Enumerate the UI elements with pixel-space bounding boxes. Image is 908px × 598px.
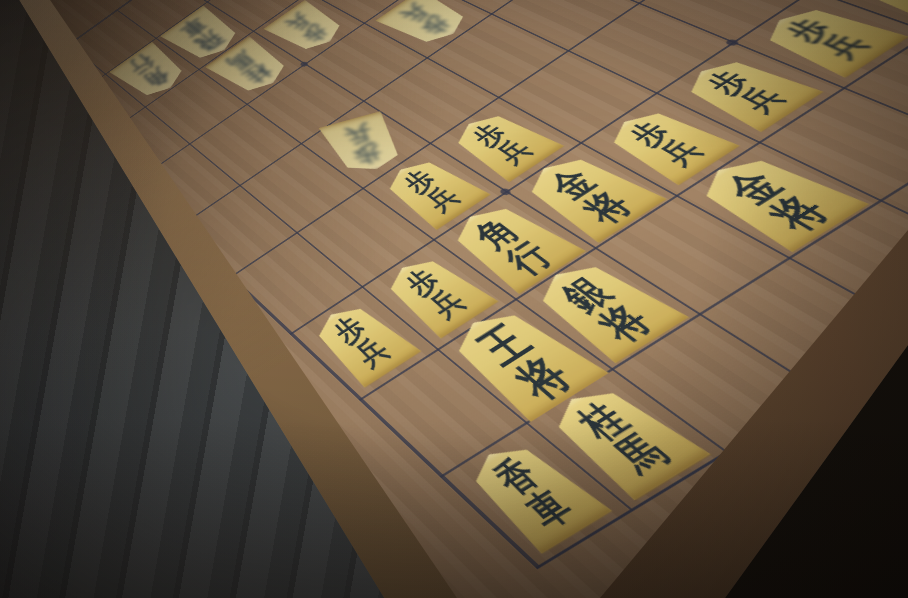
piece-kanji: 歩兵 <box>282 11 332 46</box>
piece-kanji: 歩兵 <box>780 15 876 62</box>
piece-kanji: 銀将 <box>554 271 659 347</box>
piece-kanji: 歩兵 <box>400 265 471 322</box>
piece-kanji: 香車 <box>487 453 579 533</box>
piece-kanji: 歩兵 <box>860 0 908 7</box>
piece-kanji: 角行 <box>468 213 559 280</box>
piece-kanji: 金将 <box>717 165 836 236</box>
piece-kanji: 角行 <box>125 51 173 92</box>
piece-kanji: 歩兵 <box>396 1 455 38</box>
piece-kanji: 歩兵 <box>467 120 537 167</box>
piece-kanji: 飛車 <box>176 15 227 54</box>
piece-kanji: 歩兵 <box>701 67 792 117</box>
piece-kanji: 歩兵 <box>329 313 395 372</box>
piece-kanji: 歩兵 <box>342 121 385 167</box>
piece-kanji: 歩兵 <box>399 166 465 215</box>
piece-kanji: 歩兵 <box>624 118 710 170</box>
shogi-photo-scene: 角行飛車桂馬歩兵歩兵歩兵歩兵歩兵歩兵歩兵角行金将歩兵歩兵歩兵歩兵王将銀将金将香車… <box>0 0 908 598</box>
piece-kanji: 桂馬 <box>224 47 276 86</box>
piece-kanji: 金将 <box>542 164 639 228</box>
piece-kanji: 桂馬 <box>570 397 675 480</box>
shogi-board-plane: 角行飛車桂馬歩兵歩兵歩兵歩兵歩兵歩兵歩兵角行金将歩兵歩兵歩兵歩兵王将銀将金将香車… <box>20 0 908 565</box>
